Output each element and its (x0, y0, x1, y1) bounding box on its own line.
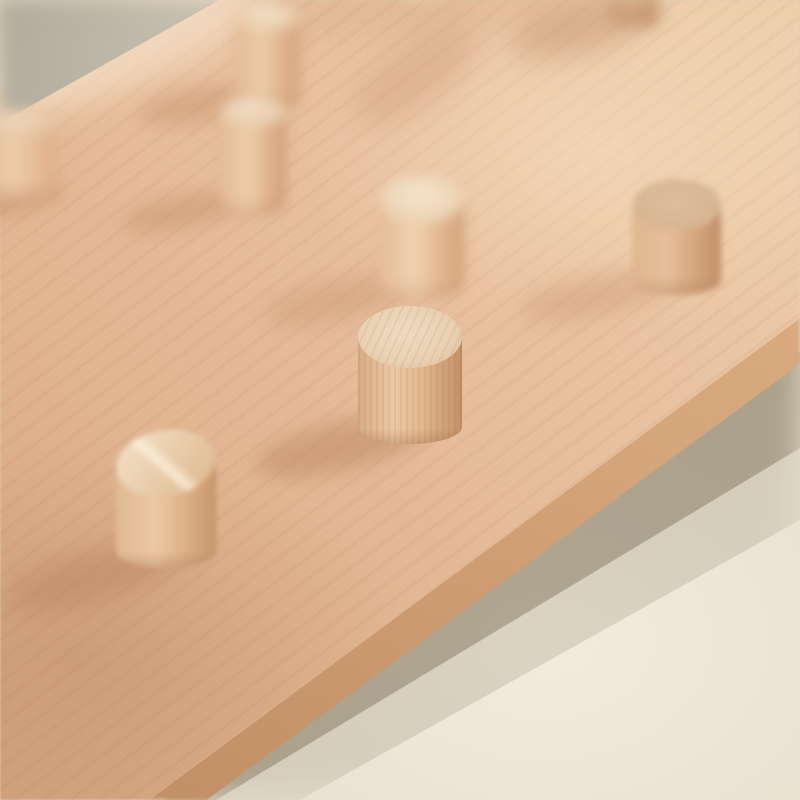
peg-mid-right[interactable] (633, 179, 721, 295)
pegs-layer (0, 0, 800, 800)
peg-back-left-top-face (236, 2, 300, 32)
peg-mid-left[interactable] (220, 96, 286, 216)
peg-front-left[interactable] (116, 430, 216, 568)
peg-front-center[interactable] (358, 306, 462, 444)
peg-mid-right-top-face (633, 179, 721, 231)
peg-mid-left-top-face (220, 96, 286, 128)
peg-mid-center[interactable] (380, 175, 464, 299)
peg-back-right[interactable] (610, 0, 658, 26)
peg-left-edge[interactable] (0, 110, 56, 198)
peg-back-mid[interactable] (398, 0, 450, 38)
pegboard-photo-scene (0, 0, 800, 800)
peg-back-mid-side (398, 0, 450, 38)
peg-front-center-top-face (358, 306, 462, 368)
peg-mid-center-top-face (380, 175, 464, 223)
